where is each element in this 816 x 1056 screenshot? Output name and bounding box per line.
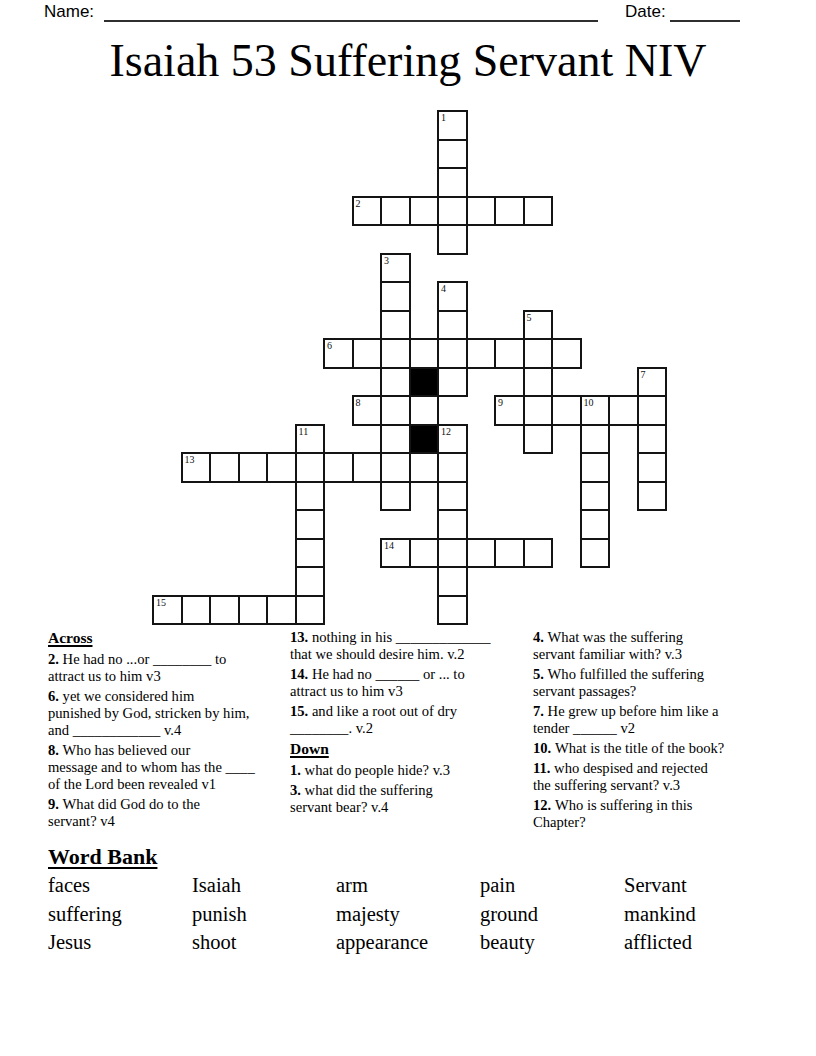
word-bank-word: faces bbox=[48, 872, 192, 901]
clue-number-label: 10. bbox=[533, 740, 555, 756]
grid-cell[interactable] bbox=[437, 196, 468, 227]
grid-cell[interactable] bbox=[380, 395, 411, 426]
clue-down-12: 12. Who is suffering in thisChapter? bbox=[533, 797, 783, 831]
grid-cell[interactable] bbox=[181, 595, 212, 626]
clue-number: 1 bbox=[441, 112, 446, 123]
clue-down-11: 11. who despised and rejectedthe sufferi… bbox=[533, 760, 783, 794]
clue-number: 10 bbox=[584, 397, 594, 408]
grid-cell[interactable]: 5 bbox=[523, 310, 554, 341]
clue-number: 7 bbox=[641, 369, 646, 380]
grid-cell[interactable] bbox=[437, 224, 468, 255]
clue-column-2: 13. nothing in his _____________that we … bbox=[290, 629, 532, 819]
grid-cell[interactable] bbox=[409, 395, 440, 426]
grid-cell[interactable] bbox=[523, 196, 554, 227]
clue-line: Chapter? bbox=[533, 814, 783, 831]
clue-number: 5 bbox=[527, 312, 532, 323]
word-bank-word: pain bbox=[480, 872, 624, 901]
clue-number-label: 12. bbox=[533, 797, 555, 813]
grid-cell[interactable] bbox=[409, 452, 440, 483]
clue-number: 11 bbox=[299, 426, 309, 437]
clue-line: servant passages? bbox=[533, 683, 783, 700]
clue-line: 6. yet we considered him bbox=[48, 688, 290, 705]
clue-line: 5. Who fulfilled the suffering bbox=[533, 666, 783, 683]
grid-cell[interactable] bbox=[352, 452, 383, 483]
clue-line: ________. v.2 bbox=[290, 720, 532, 737]
grid-cell[interactable]: 7 bbox=[637, 367, 668, 398]
clue-line: attract us to him v3 bbox=[290, 683, 532, 700]
clue-number-label: 7. bbox=[533, 703, 548, 719]
grid-cell[interactable] bbox=[466, 196, 497, 227]
clue-across-15: 15. and like a root out of dry________. … bbox=[290, 703, 532, 737]
grid-cell[interactable] bbox=[295, 452, 326, 483]
clue-line: that we should desire him. v.2 bbox=[290, 646, 532, 663]
grid-cell[interactable] bbox=[494, 338, 525, 369]
clue-number: 9 bbox=[498, 397, 503, 408]
clue-across-6: 6. yet we considered himpunished by God,… bbox=[48, 688, 290, 739]
grid-cell[interactable] bbox=[494, 196, 525, 227]
grid-cell[interactable] bbox=[380, 196, 411, 227]
grid-cell[interactable] bbox=[409, 196, 440, 227]
clue-line: and ____________ v.4 bbox=[48, 722, 290, 739]
grid-cell[interactable] bbox=[523, 367, 554, 398]
date-input-line[interactable] bbox=[670, 4, 740, 22]
grid-cell[interactable]: 13 bbox=[181, 452, 212, 483]
clue-number: 8 bbox=[356, 397, 361, 408]
down-heading: Down bbox=[290, 740, 532, 757]
clue-line: 9. What did God do to the bbox=[48, 796, 290, 813]
grid-cell[interactable] bbox=[523, 424, 554, 455]
grid-cell[interactable]: 9 bbox=[494, 395, 525, 426]
grid-cell[interactable] bbox=[380, 367, 411, 398]
grid-cell[interactable]: 15 bbox=[152, 595, 183, 626]
clue-number-label: 5. bbox=[533, 666, 548, 682]
clue-number-label: 4. bbox=[533, 629, 548, 645]
grid-cell[interactable] bbox=[295, 566, 326, 597]
grid-cell[interactable] bbox=[551, 395, 582, 426]
clue-number-label: 13. bbox=[290, 629, 312, 645]
word-bank-word: majesty bbox=[336, 901, 480, 930]
grid-cell[interactable] bbox=[437, 566, 468, 597]
name-label: Name: bbox=[44, 2, 94, 22]
word-bank-list: facesIsaiaharmpainServantsufferingpunish… bbox=[48, 872, 774, 958]
grid-cell[interactable] bbox=[580, 424, 611, 455]
grid-cell[interactable] bbox=[494, 538, 525, 569]
clue-number-label: 14. bbox=[290, 666, 312, 682]
black-cell bbox=[409, 424, 440, 455]
clue-line: 15. and like a root out of dry bbox=[290, 703, 532, 720]
grid-cell[interactable] bbox=[238, 452, 269, 483]
clue-number: 13 bbox=[185, 454, 195, 465]
grid-cell[interactable] bbox=[409, 538, 440, 569]
clue-number: 14 bbox=[384, 540, 394, 551]
grid-cell[interactable] bbox=[323, 452, 354, 483]
clue-down-10: 10. What is the title of the book? bbox=[533, 740, 783, 757]
clue-line: 8. Who has believed our bbox=[48, 742, 290, 759]
grid-cell[interactable] bbox=[295, 538, 326, 569]
clue-across-13: 13. nothing in his _____________that we … bbox=[290, 629, 532, 663]
grid-cell[interactable]: 14 bbox=[380, 538, 411, 569]
grid-cell[interactable] bbox=[209, 595, 240, 626]
clue-number: 4 bbox=[441, 283, 446, 294]
grid-cell[interactable] bbox=[580, 481, 611, 512]
clue-number: 6 bbox=[327, 340, 332, 351]
grid-cell[interactable] bbox=[580, 509, 611, 540]
grid-cell[interactable]: 4 bbox=[437, 281, 468, 312]
grid-cell[interactable] bbox=[380, 310, 411, 341]
clue-line: 2. He had no ...or ________ to bbox=[48, 651, 290, 668]
grid-cell[interactable] bbox=[380, 338, 411, 369]
grid-cell[interactable]: 12 bbox=[437, 424, 468, 455]
clue-column-1: Across2. He had no ...or ________ toattr… bbox=[48, 629, 290, 833]
clue-number-label: 11. bbox=[533, 760, 554, 776]
clue-line: servant? v4 bbox=[48, 813, 290, 830]
grid-cell[interactable]: 6 bbox=[323, 338, 354, 369]
word-bank-word: suffering bbox=[48, 901, 192, 930]
clue-line: attract us to him v3 bbox=[48, 668, 290, 685]
clue-down-1: 1. what do people hide? v.3 bbox=[290, 762, 532, 779]
word-bank-word: Servant bbox=[624, 872, 774, 901]
grid-cell[interactable] bbox=[380, 281, 411, 312]
clue-down-5: 5. Who fulfilled the sufferingservant pa… bbox=[533, 666, 783, 700]
grid-cell[interactable] bbox=[637, 481, 668, 512]
crossword-grid: 123456789101112131415 bbox=[152, 110, 668, 626]
word-bank-word: mankind bbox=[624, 901, 774, 930]
grid-cell[interactable]: 8 bbox=[352, 395, 383, 426]
grid-cell[interactable] bbox=[523, 338, 554, 369]
clue-number-label: 1. bbox=[290, 762, 305, 778]
worksheet-page: Name: Date: Isaiah 53 Suffering Servant … bbox=[0, 0, 816, 1056]
clue-number: 15 bbox=[156, 597, 166, 608]
clue-line: 11. who despised and rejected bbox=[533, 760, 783, 777]
black-cell bbox=[409, 367, 440, 398]
grid-cell[interactable] bbox=[352, 338, 383, 369]
grid-cell[interactable] bbox=[466, 338, 497, 369]
grid-cell[interactable] bbox=[266, 452, 297, 483]
grid-cell[interactable] bbox=[437, 538, 468, 569]
grid-cell[interactable] bbox=[523, 538, 554, 569]
clue-number-label: 15. bbox=[290, 703, 312, 719]
clue-line: 14. He had no ______ or ... to bbox=[290, 666, 532, 683]
grid-cell[interactable] bbox=[466, 538, 497, 569]
word-bank-word: beauty bbox=[480, 929, 624, 958]
word-bank-word: arm bbox=[336, 872, 480, 901]
clue-across-14: 14. He had no ______ or ... toattract us… bbox=[290, 666, 532, 700]
grid-cell[interactable] bbox=[380, 481, 411, 512]
grid-cell[interactable]: 1 bbox=[437, 110, 468, 141]
clue-across-2: 2. He had no ...or ________ toattract us… bbox=[48, 651, 290, 685]
word-bank-word: Isaiah bbox=[192, 872, 336, 901]
clue-number: 2 bbox=[356, 198, 361, 209]
clue-number-label: 3. bbox=[290, 782, 305, 798]
grid-cell[interactable] bbox=[437, 139, 468, 170]
clue-number-label: 9. bbox=[48, 796, 63, 812]
page-title: Isaiah 53 Suffering Servant NIV bbox=[0, 33, 816, 88]
clue-number-label: 2. bbox=[48, 651, 63, 667]
clue-line: 10. What is the title of the book? bbox=[533, 740, 783, 757]
grid-cell[interactable] bbox=[637, 395, 668, 426]
grid-cell[interactable] bbox=[437, 310, 468, 341]
clue-line: 1. what do people hide? v.3 bbox=[290, 762, 532, 779]
grid-cell[interactable] bbox=[295, 481, 326, 512]
clue-across-8: 8. Who has believed ourmessage and to wh… bbox=[48, 742, 290, 793]
clue-line: 3. what did the suffering bbox=[290, 782, 532, 799]
grid-cell[interactable] bbox=[580, 452, 611, 483]
clue-line: 12. Who is suffering in this bbox=[533, 797, 783, 814]
grid-cell[interactable]: 11 bbox=[295, 424, 326, 455]
clue-number: 12 bbox=[441, 426, 451, 437]
clue-number-label: 6. bbox=[48, 688, 63, 704]
clue-line: the suffering servant? v.3 bbox=[533, 777, 783, 794]
clue-line: 7. He grew up before him like a bbox=[533, 703, 783, 720]
clue-down-4: 4. What was the sufferingservant familia… bbox=[533, 629, 783, 663]
grid-cell[interactable]: 2 bbox=[352, 196, 383, 227]
grid-cell[interactable] bbox=[295, 595, 326, 626]
grid-cell[interactable] bbox=[637, 452, 668, 483]
grid-cell[interactable] bbox=[437, 338, 468, 369]
grid-cell[interactable] bbox=[580, 538, 611, 569]
grid-cell[interactable] bbox=[266, 595, 297, 626]
grid-cell[interactable] bbox=[437, 367, 468, 398]
clue-number-label: 8. bbox=[48, 742, 63, 758]
word-bank-word: ground bbox=[480, 901, 624, 930]
clue-line: 13. nothing in his _____________ bbox=[290, 629, 532, 646]
grid-cell[interactable]: 10 bbox=[580, 395, 611, 426]
clue-down-3: 3. what did the sufferingservant bear? v… bbox=[290, 782, 532, 816]
name-input-line[interactable] bbox=[104, 4, 598, 22]
grid-cell[interactable] bbox=[295, 509, 326, 540]
grid-cell[interactable] bbox=[437, 509, 468, 540]
grid-cell[interactable] bbox=[523, 395, 554, 426]
grid-cell[interactable]: 3 bbox=[380, 253, 411, 284]
grid-cell[interactable] bbox=[380, 424, 411, 455]
grid-cell[interactable] bbox=[409, 338, 440, 369]
clue-line: servant familiar with? v.3 bbox=[533, 646, 783, 663]
clue-line: servant bear? v.4 bbox=[290, 799, 532, 816]
word-bank-word: Jesus bbox=[48, 929, 192, 958]
word-bank-word: shoot bbox=[192, 929, 336, 958]
across-heading: Across bbox=[48, 629, 290, 646]
clue-line: message and to whom has the ____ bbox=[48, 759, 290, 776]
date-label: Date: bbox=[625, 2, 666, 22]
grid-cell[interactable] bbox=[608, 395, 639, 426]
word-bank-word: appearance bbox=[336, 929, 480, 958]
word-bank-word: afflicted bbox=[624, 929, 774, 958]
clue-line: 4. What was the suffering bbox=[533, 629, 783, 646]
grid-cell[interactable] bbox=[437, 481, 468, 512]
word-bank-word: punish bbox=[192, 901, 336, 930]
grid-cell[interactable] bbox=[637, 424, 668, 455]
clue-number: 3 bbox=[384, 255, 389, 266]
clue-line: punished by God, stricken by him, bbox=[48, 705, 290, 722]
clue-down-7: 7. He grew up before him like atender __… bbox=[533, 703, 783, 737]
grid-cell[interactable] bbox=[437, 167, 468, 198]
grid-cell[interactable] bbox=[209, 452, 240, 483]
clue-line: tender ______ v2 bbox=[533, 720, 783, 737]
clue-column-3: 4. What was the sufferingservant familia… bbox=[533, 629, 783, 834]
clue-across-9: 9. What did God do to theservant? v4 bbox=[48, 796, 290, 830]
grid-cell[interactable] bbox=[380, 452, 411, 483]
grid-cell[interactable] bbox=[437, 595, 468, 626]
grid-cell[interactable] bbox=[551, 338, 582, 369]
word-bank-heading: Word Bank bbox=[48, 844, 157, 870]
clue-line: of the Lord been revealed v1 bbox=[48, 776, 290, 793]
grid-cell[interactable] bbox=[437, 452, 468, 483]
grid-cell[interactable] bbox=[238, 595, 269, 626]
